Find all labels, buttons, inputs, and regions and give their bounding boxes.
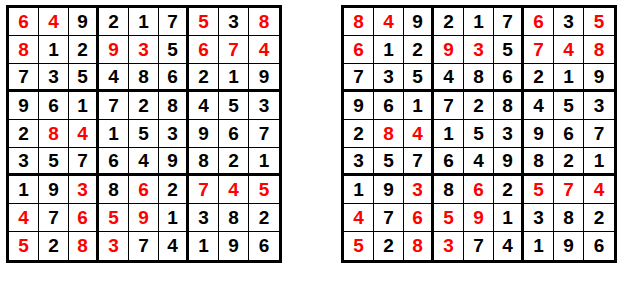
left-sudoku-grid-cell-r1c8[interactable]: 3	[219, 8, 249, 36]
right-sudoku-grid-cell-r8c3[interactable]: 6	[404, 204, 434, 232]
left-sudoku-grid-cell-r2c3[interactable]: 2	[69, 36, 99, 64]
right-sudoku-grid-cell-r4c4[interactable]: 7	[434, 92, 464, 120]
left-sudoku-grid-cell-r8c7[interactable]: 3	[189, 204, 219, 232]
left-sudoku-grid-cell-r4c9[interactable]: 3	[249, 92, 279, 120]
right-sudoku-grid-cell-r9c7[interactable]: 1	[524, 232, 554, 260]
left-sudoku-grid-cell-r7c1[interactable]: 1	[9, 176, 39, 204]
right-sudoku-grid-cell-r2c9[interactable]: 8	[584, 36, 614, 64]
left-sudoku-grid-cell-r4c3[interactable]: 1	[69, 92, 99, 120]
left-sudoku-grid-cell-r3c1[interactable]: 7	[9, 64, 39, 92]
left-sudoku-grid-cell-r6c5[interactable]: 4	[129, 148, 159, 176]
right-sudoku-grid-cell-r5c1[interactable]: 2	[344, 120, 374, 148]
right-sudoku-grid-cell-r6c4[interactable]: 6	[434, 148, 464, 176]
right-sudoku-grid-cell-r3c3[interactable]: 5	[404, 64, 434, 92]
left-sudoku-grid-cell-r7c3[interactable]: 3	[69, 176, 99, 204]
right-sudoku-grid-cell-r7c7[interactable]: 5	[524, 176, 554, 204]
left-sudoku-grid-cell-r4c2[interactable]: 6	[39, 92, 69, 120]
left-sudoku-grid-cell-r9c6[interactable]: 4	[159, 232, 189, 260]
left-sudoku-grid-cell-r1c9[interactable]: 8	[249, 8, 279, 36]
right-sudoku-grid-cell-r2c2[interactable]: 1	[374, 36, 404, 64]
left-sudoku-grid-cell-r4c5[interactable]: 2	[129, 92, 159, 120]
left-sudoku-grid-cell-r1c6[interactable]: 7	[159, 8, 189, 36]
right-sudoku-grid-cell-r4c1[interactable]: 9	[344, 92, 374, 120]
right-sudoku-grid-cell-r1c1[interactable]: 8	[344, 8, 374, 36]
left-sudoku-grid-cell-r5c9[interactable]: 7	[249, 120, 279, 148]
right-sudoku-grid-cell-r5c4[interactable]: 1	[434, 120, 464, 148]
right-sudoku-grid-cell-r9c5[interactable]: 7	[464, 232, 494, 260]
left-sudoku-grid-cell-r9c5[interactable]: 7	[129, 232, 159, 260]
left-sudoku-grid-cell-r9c8[interactable]: 9	[219, 232, 249, 260]
left-sudoku-grid-cell-r9c2[interactable]: 2	[39, 232, 69, 260]
right-sudoku-grid-cell-r2c1[interactable]: 6	[344, 36, 374, 64]
left-sudoku-grid-cell-r5c7[interactable]: 9	[189, 120, 219, 148]
left-sudoku-grid-cell-r2c9[interactable]: 4	[249, 36, 279, 64]
right-sudoku-grid-cell-r4c3[interactable]: 1	[404, 92, 434, 120]
right-sudoku-grid-cell-r4c5[interactable]: 2	[464, 92, 494, 120]
right-sudoku-grid-cell-r1c3[interactable]: 9	[404, 8, 434, 36]
right-sudoku-grid-cell-r6c8[interactable]: 2	[554, 148, 584, 176]
left-sudoku-grid-cell-r8c4[interactable]: 5	[99, 204, 129, 232]
right-sudoku-grid-cell-r4c6[interactable]: 8	[494, 92, 524, 120]
left-sudoku-grid-cell-r9c3[interactable]: 8	[69, 232, 99, 260]
right-sudoku-grid-cell-r2c3[interactable]: 2	[404, 36, 434, 64]
right-sudoku-grid-cell-r3c8[interactable]: 1	[554, 64, 584, 92]
left-sudoku-grid-cell-r3c4[interactable]: 4	[99, 64, 129, 92]
right-sudoku-grid-cell-r5c9[interactable]: 7	[584, 120, 614, 148]
left-sudoku-grid-cell-r1c7[interactable]: 5	[189, 8, 219, 36]
right-sudoku-grid-cell-r7c1[interactable]: 1	[344, 176, 374, 204]
right-sudoku-grid-cell-r6c9[interactable]: 1	[584, 148, 614, 176]
left-sudoku-grid-cell-r8c8[interactable]: 8	[219, 204, 249, 232]
left-sudoku-grid-cell-r2c8[interactable]: 7	[219, 36, 249, 64]
left-sudoku-grid-cell-r3c8[interactable]: 1	[219, 64, 249, 92]
right-sudoku-grid-cell-r3c2[interactable]: 3	[374, 64, 404, 92]
left-sudoku-grid-cell-r2c1[interactable]: 8	[9, 36, 39, 64]
left-sudoku-grid-cell-r7c8[interactable]: 4	[219, 176, 249, 204]
right-sudoku-grid-cell-r7c9[interactable]: 4	[584, 176, 614, 204]
right-sudoku-grid-cell-r2c7[interactable]: 7	[524, 36, 554, 64]
left-sudoku-grid-cell-r5c8[interactable]: 6	[219, 120, 249, 148]
left-sudoku-grid-cell-r1c2[interactable]: 4	[39, 8, 69, 36]
right-sudoku-grid-cell-r4c8[interactable]: 5	[554, 92, 584, 120]
left-sudoku-grid-cell-r6c3[interactable]: 7	[69, 148, 99, 176]
left-sudoku-grid-cell-r2c7[interactable]: 6	[189, 36, 219, 64]
right-sudoku-grid-cell-r8c6[interactable]: 1	[494, 204, 524, 232]
left-sudoku-grid-cell-r1c1[interactable]: 6	[9, 8, 39, 36]
left-sudoku-grid-cell-r6c6[interactable]: 9	[159, 148, 189, 176]
left-sudoku-grid-cell-r2c2[interactable]: 1	[39, 36, 69, 64]
left-sudoku-grid-cell-r3c6[interactable]: 6	[159, 64, 189, 92]
right-sudoku-grid-cell-r6c6[interactable]: 9	[494, 148, 524, 176]
left-sudoku-grid-cell-r7c6[interactable]: 2	[159, 176, 189, 204]
right-sudoku-grid-cell-r7c5[interactable]: 6	[464, 176, 494, 204]
right-sudoku-grid-cell-r9c4[interactable]: 3	[434, 232, 464, 260]
right-sudoku-grid-cell-r1c9[interactable]: 5	[584, 8, 614, 36]
right-sudoku-grid-cell-r9c2[interactable]: 2	[374, 232, 404, 260]
left-sudoku-grid-cell-r1c3[interactable]: 9	[69, 8, 99, 36]
left-sudoku-grid-cell-r3c9[interactable]: 9	[249, 64, 279, 92]
left-sudoku-grid-cell-r7c4[interactable]: 8	[99, 176, 129, 204]
right-sudoku-grid-cell-r5c3[interactable]: 4	[404, 120, 434, 148]
right-sudoku-grid-cell-r6c2[interactable]: 5	[374, 148, 404, 176]
left-sudoku-grid-cell-r6c8[interactable]: 2	[219, 148, 249, 176]
right-sudoku-grid-cell-r8c8[interactable]: 8	[554, 204, 584, 232]
left-sudoku-grid-cell-r1c4[interactable]: 2	[99, 8, 129, 36]
right-sudoku-grid-cell-r3c9[interactable]: 9	[584, 64, 614, 92]
right-sudoku-grid-cell-r2c5[interactable]: 3	[464, 36, 494, 64]
right-sudoku-grid-cell-r8c2[interactable]: 7	[374, 204, 404, 232]
left-sudoku-grid-cell-r4c4[interactable]: 7	[99, 92, 129, 120]
right-sudoku-grid-cell-r7c2[interactable]: 9	[374, 176, 404, 204]
right-sudoku-grid-cell-r8c5[interactable]: 9	[464, 204, 494, 232]
left-sudoku-grid-cell-r4c6[interactable]: 8	[159, 92, 189, 120]
right-sudoku-grid-cell-r1c6[interactable]: 7	[494, 8, 524, 36]
right-sudoku-grid-cell-r9c8[interactable]: 9	[554, 232, 584, 260]
right-sudoku-grid-cell-r5c2[interactable]: 8	[374, 120, 404, 148]
left-sudoku-grid-cell-r6c2[interactable]: 5	[39, 148, 69, 176]
right-sudoku-grid-cell-r8c1[interactable]: 4	[344, 204, 374, 232]
right-sudoku-grid-cell-r8c4[interactable]: 5	[434, 204, 464, 232]
left-sudoku-grid-cell-r5c1[interactable]: 2	[9, 120, 39, 148]
left-sudoku-grid-cell-r5c6[interactable]: 3	[159, 120, 189, 148]
left-sudoku-grid-cell-r3c2[interactable]: 3	[39, 64, 69, 92]
left-sudoku-grid-cell-r9c1[interactable]: 5	[9, 232, 39, 260]
left-sudoku-grid-cell-r3c7[interactable]: 2	[189, 64, 219, 92]
right-sudoku-grid-cell-r8c9[interactable]: 2	[584, 204, 614, 232]
left-sudoku-grid-cell-r2c6[interactable]: 5	[159, 36, 189, 64]
right-sudoku-grid-cell-r5c7[interactable]: 9	[524, 120, 554, 148]
right-sudoku-grid-cell-r8c7[interactable]: 3	[524, 204, 554, 232]
right-sudoku-grid-cell-r1c4[interactable]: 2	[434, 8, 464, 36]
left-sudoku-grid-cell-r6c1[interactable]: 3	[9, 148, 39, 176]
right-sudoku-grid-cell-r2c4[interactable]: 9	[434, 36, 464, 64]
right-sudoku-grid-cell-r4c7[interactable]: 4	[524, 92, 554, 120]
left-sudoku-grid-cell-r2c4[interactable]: 9	[99, 36, 129, 64]
left-sudoku-grid: 6492175388129356747354862199617284532841…	[6, 5, 282, 263]
left-sudoku-grid-cell-r8c3[interactable]: 6	[69, 204, 99, 232]
left-sudoku-grid-cell-r5c3[interactable]: 4	[69, 120, 99, 148]
left-sudoku-grid-cell-r6c4[interactable]: 6	[99, 148, 129, 176]
right-sudoku-grid-cell-r3c4[interactable]: 4	[434, 64, 464, 92]
right-sudoku-grid-cell-r5c8[interactable]: 6	[554, 120, 584, 148]
right-sudoku-grid-cell-r6c3[interactable]: 7	[404, 148, 434, 176]
left-sudoku-grid-cell-r3c3[interactable]: 5	[69, 64, 99, 92]
right-sudoku-grid-cell-r4c9[interactable]: 3	[584, 92, 614, 120]
right-sudoku-grid-cell-r9c3[interactable]: 8	[404, 232, 434, 260]
left-sudoku-grid-cell-r6c9[interactable]: 1	[249, 148, 279, 176]
left-sudoku-grid-cell-r5c5[interactable]: 5	[129, 120, 159, 148]
left-sudoku-grid-cell-r8c9[interactable]: 2	[249, 204, 279, 232]
left-sudoku-grid-cell-r8c6[interactable]: 1	[159, 204, 189, 232]
left-sudoku-grid-cell-r9c7[interactable]: 1	[189, 232, 219, 260]
left-sudoku-grid-cell-r9c4[interactable]: 3	[99, 232, 129, 260]
right-sudoku-grid-cell-r4c2[interactable]: 6	[374, 92, 404, 120]
right-sudoku-grid-cell-r3c6[interactable]: 6	[494, 64, 524, 92]
left-sudoku-grid-cell-r9c9[interactable]: 6	[249, 232, 279, 260]
right-sudoku-grid-cell-r9c6[interactable]: 4	[494, 232, 524, 260]
left-sudoku-grid-cell-r7c7[interactable]: 7	[189, 176, 219, 204]
right-sudoku-grid-cell-r3c5[interactable]: 8	[464, 64, 494, 92]
left-sudoku-grid-cell-r8c2[interactable]: 7	[39, 204, 69, 232]
right-sudoku-grid-cell-r3c1[interactable]: 7	[344, 64, 374, 92]
right-sudoku-grid-cell-r2c8[interactable]: 4	[554, 36, 584, 64]
right-sudoku-grid-cell-r1c8[interactable]: 3	[554, 8, 584, 36]
right-sudoku-grid-cell-r5c5[interactable]: 5	[464, 120, 494, 148]
left-sudoku-grid-cell-r8c5[interactable]: 9	[129, 204, 159, 232]
right-sudoku-grid-cell-r9c9[interactable]: 6	[584, 232, 614, 260]
left-sudoku-grid-cell-r4c1[interactable]: 9	[9, 92, 39, 120]
right-sudoku-grid-cell-r6c1[interactable]: 3	[344, 148, 374, 176]
left-sudoku-grid-cell-r7c9[interactable]: 5	[249, 176, 279, 204]
left-sudoku-grid-cell-r5c4[interactable]: 1	[99, 120, 129, 148]
right-sudoku-grid-cell-r1c2[interactable]: 4	[374, 8, 404, 36]
right-sudoku-grid-cell-r5c6[interactable]: 3	[494, 120, 524, 148]
left-sudoku-grid-cell-r5c2[interactable]: 8	[39, 120, 69, 148]
left-sudoku-grid-cell-r2c5[interactable]: 3	[129, 36, 159, 64]
right-sudoku-grid-cell-r7c8[interactable]: 7	[554, 176, 584, 204]
left-sudoku-grid-cell-r1c5[interactable]: 1	[129, 8, 159, 36]
left-sudoku-grid-cell-r8c1[interactable]: 4	[9, 204, 39, 232]
right-sudoku-grid-cell-r6c5[interactable]: 4	[464, 148, 494, 176]
page: 6492175388129356747354862199617284532841…	[0, 0, 623, 285]
left-sudoku-grid-cell-r7c2[interactable]: 9	[39, 176, 69, 204]
right-sudoku-grid-cell-r1c7[interactable]: 6	[524, 8, 554, 36]
left-sudoku-grid-cell-r7c5[interactable]: 6	[129, 176, 159, 204]
left-sudoku-grid-cell-r4c8[interactable]: 5	[219, 92, 249, 120]
right-sudoku-grid-cell-r9c1[interactable]: 5	[344, 232, 374, 260]
right-sudoku-grid-cell-r7c3[interactable]: 3	[404, 176, 434, 204]
right-sudoku-grid-cell-r3c7[interactable]: 2	[524, 64, 554, 92]
right-sudoku-grid-cell-r1c5[interactable]: 1	[464, 8, 494, 36]
left-sudoku-grid-cell-r4c7[interactable]: 4	[189, 92, 219, 120]
left-sudoku-grid-cell-r3c5[interactable]: 8	[129, 64, 159, 92]
right-sudoku-grid-cell-r2c6[interactable]: 5	[494, 36, 524, 64]
left-sudoku-grid-cell-r6c7[interactable]: 8	[189, 148, 219, 176]
right-sudoku-grid-cell-r7c6[interactable]: 2	[494, 176, 524, 204]
right-sudoku-grid-cell-r6c7[interactable]: 8	[524, 148, 554, 176]
right-sudoku-grid: 8492176356129357487354862199617284532841…	[341, 5, 617, 263]
right-sudoku-grid-cell-r7c4[interactable]: 8	[434, 176, 464, 204]
